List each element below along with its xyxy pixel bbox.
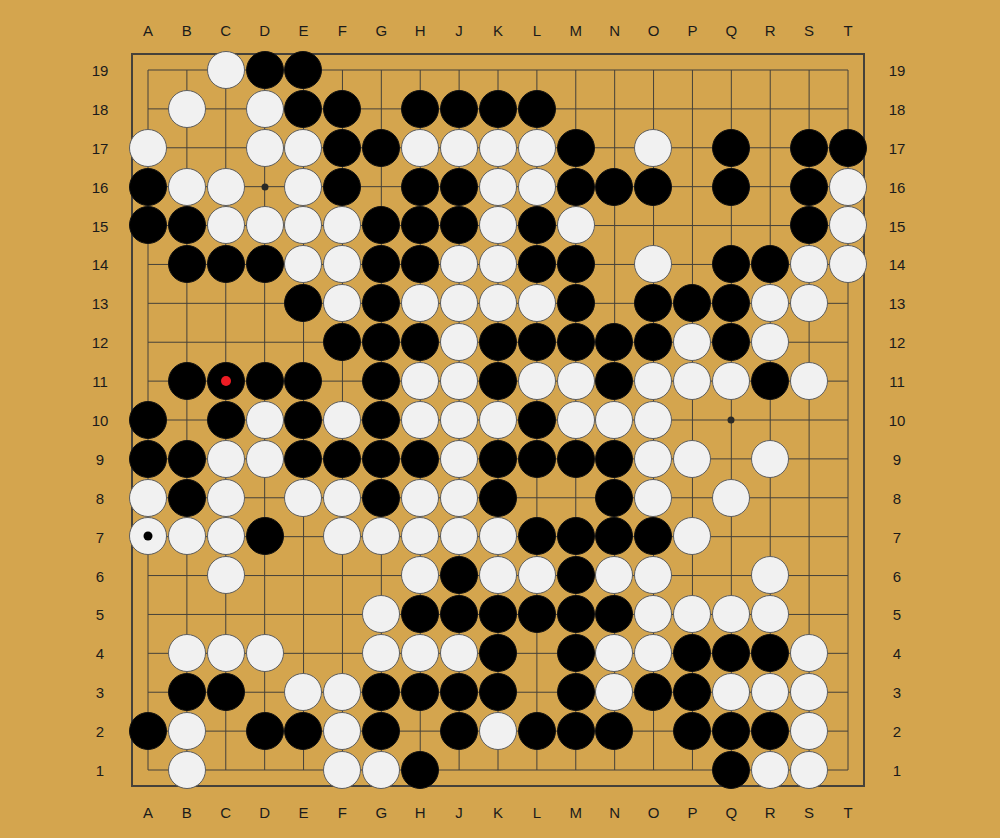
intersection-T18[interactable] [828, 89, 867, 128]
intersection-N6[interactable] [595, 556, 634, 595]
intersection-K7[interactable] [478, 517, 517, 556]
intersection-A13[interactable] [129, 284, 168, 323]
intersection-D1[interactable] [245, 750, 284, 789]
intersection-S2[interactable] [789, 711, 828, 750]
intersection-S8[interactable] [789, 478, 828, 517]
intersection-J3[interactable] [440, 673, 479, 712]
intersection-F11[interactable] [323, 362, 362, 401]
intersection-T12[interactable] [828, 323, 867, 362]
intersection-L18[interactable] [517, 89, 556, 128]
intersection-F8[interactable] [323, 478, 362, 517]
intersection-H19[interactable] [401, 51, 440, 90]
intersection-N8[interactable] [595, 478, 634, 517]
intersection-M13[interactable] [556, 284, 595, 323]
intersection-D18[interactable] [245, 89, 284, 128]
intersection-K13[interactable] [478, 284, 517, 323]
intersection-H5[interactable] [401, 595, 440, 634]
intersection-G15[interactable] [362, 206, 401, 245]
intersection-N11[interactable] [595, 362, 634, 401]
intersection-H13[interactable] [401, 284, 440, 323]
intersection-F7[interactable] [323, 517, 362, 556]
intersection-F4[interactable] [323, 634, 362, 673]
intersection-A8[interactable] [129, 478, 168, 517]
intersection-N3[interactable] [595, 673, 634, 712]
intersection-E16[interactable] [284, 167, 323, 206]
intersection-F10[interactable] [323, 400, 362, 439]
intersection-D5[interactable] [245, 595, 284, 634]
intersection-P10[interactable] [673, 400, 712, 439]
intersection-J18[interactable] [440, 89, 479, 128]
intersection-G17[interactable] [362, 128, 401, 167]
intersection-T10[interactable] [828, 400, 867, 439]
intersection-T16[interactable] [828, 167, 867, 206]
intersection-L11[interactable] [517, 362, 556, 401]
intersection-M5[interactable] [556, 595, 595, 634]
intersection-B9[interactable] [167, 439, 206, 478]
intersection-P4[interactable] [673, 634, 712, 673]
intersection-C12[interactable] [206, 323, 245, 362]
intersection-E3[interactable] [284, 673, 323, 712]
intersection-R6[interactable] [751, 556, 790, 595]
intersection-C7[interactable] [206, 517, 245, 556]
intersection-L7[interactable] [517, 517, 556, 556]
intersection-K9[interactable] [478, 439, 517, 478]
intersection-H12[interactable] [401, 323, 440, 362]
intersection-C11[interactable] [206, 362, 245, 401]
intersection-A14[interactable] [129, 245, 168, 284]
intersection-M7[interactable] [556, 517, 595, 556]
intersection-G6[interactable] [362, 556, 401, 595]
intersection-M15[interactable] [556, 206, 595, 245]
intersection-O7[interactable] [634, 517, 673, 556]
intersection-G9[interactable] [362, 439, 401, 478]
intersection-A1[interactable] [129, 750, 168, 789]
intersection-G19[interactable] [362, 51, 401, 90]
intersection-T15[interactable] [828, 206, 867, 245]
intersection-D14[interactable] [245, 245, 284, 284]
intersection-M17[interactable] [556, 128, 595, 167]
intersection-S6[interactable] [789, 556, 828, 595]
intersection-D19[interactable] [245, 51, 284, 90]
intersection-Q17[interactable] [712, 128, 751, 167]
intersection-D6[interactable] [245, 556, 284, 595]
intersection-Q6[interactable] [712, 556, 751, 595]
intersection-G8[interactable] [362, 478, 401, 517]
intersection-K1[interactable] [478, 750, 517, 789]
intersection-P19[interactable] [673, 51, 712, 90]
intersection-P12[interactable] [673, 323, 712, 362]
intersection-R1[interactable] [751, 750, 790, 789]
intersection-D2[interactable] [245, 711, 284, 750]
intersection-M11[interactable] [556, 362, 595, 401]
intersection-M8[interactable] [556, 478, 595, 517]
intersection-R9[interactable] [751, 439, 790, 478]
intersection-J2[interactable] [440, 711, 479, 750]
intersection-M10[interactable] [556, 400, 595, 439]
intersection-S7[interactable] [789, 517, 828, 556]
intersection-K16[interactable] [478, 167, 517, 206]
intersection-S11[interactable] [789, 362, 828, 401]
intersection-M6[interactable] [556, 556, 595, 595]
intersection-F1[interactable] [323, 750, 362, 789]
intersection-O3[interactable] [634, 673, 673, 712]
intersection-Q11[interactable] [712, 362, 751, 401]
intersection-J8[interactable] [440, 478, 479, 517]
intersection-N4[interactable] [595, 634, 634, 673]
intersection-G12[interactable] [362, 323, 401, 362]
intersection-S14[interactable] [789, 245, 828, 284]
intersection-R3[interactable] [751, 673, 790, 712]
intersection-Q10[interactable] [712, 400, 751, 439]
intersection-H7[interactable] [401, 517, 440, 556]
intersection-C9[interactable] [206, 439, 245, 478]
intersection-G14[interactable] [362, 245, 401, 284]
intersection-R16[interactable] [751, 167, 790, 206]
intersection-C17[interactable] [206, 128, 245, 167]
intersection-H2[interactable] [401, 711, 440, 750]
intersection-K6[interactable] [478, 556, 517, 595]
intersection-G1[interactable] [362, 750, 401, 789]
intersection-H4[interactable] [401, 634, 440, 673]
intersection-H8[interactable] [401, 478, 440, 517]
intersection-O18[interactable] [634, 89, 673, 128]
intersection-R7[interactable] [751, 517, 790, 556]
intersection-P11[interactable] [673, 362, 712, 401]
intersection-F18[interactable] [323, 89, 362, 128]
intersection-O6[interactable] [634, 556, 673, 595]
intersection-Q4[interactable] [712, 634, 751, 673]
intersection-S18[interactable] [789, 89, 828, 128]
intersection-A15[interactable] [129, 206, 168, 245]
intersection-P17[interactable] [673, 128, 712, 167]
intersection-K10[interactable] [478, 400, 517, 439]
intersection-M3[interactable] [556, 673, 595, 712]
intersection-N19[interactable] [595, 51, 634, 90]
intersection-F14[interactable] [323, 245, 362, 284]
intersection-N17[interactable] [595, 128, 634, 167]
go-board[interactable] [129, 51, 868, 790]
intersection-E8[interactable] [284, 478, 323, 517]
intersection-Q19[interactable] [712, 51, 751, 90]
intersection-J19[interactable] [440, 51, 479, 90]
intersection-G3[interactable] [362, 673, 401, 712]
intersection-E19[interactable] [284, 51, 323, 90]
intersection-K19[interactable] [478, 51, 517, 90]
intersection-L15[interactable] [517, 206, 556, 245]
intersection-E5[interactable] [284, 595, 323, 634]
intersection-A18[interactable] [129, 89, 168, 128]
intersection-M4[interactable] [556, 634, 595, 673]
intersection-R10[interactable] [751, 400, 790, 439]
intersection-P7[interactable] [673, 517, 712, 556]
intersection-S10[interactable] [789, 400, 828, 439]
intersection-P2[interactable] [673, 711, 712, 750]
intersection-T5[interactable] [828, 595, 867, 634]
intersection-B8[interactable] [167, 478, 206, 517]
intersection-N18[interactable] [595, 89, 634, 128]
intersection-E17[interactable] [284, 128, 323, 167]
intersection-A9[interactable] [129, 439, 168, 478]
intersection-B15[interactable] [167, 206, 206, 245]
intersection-Q8[interactable] [712, 478, 751, 517]
intersection-K5[interactable] [478, 595, 517, 634]
intersection-S15[interactable] [789, 206, 828, 245]
intersection-D13[interactable] [245, 284, 284, 323]
intersection-K3[interactable] [478, 673, 517, 712]
intersection-N9[interactable] [595, 439, 634, 478]
intersection-D3[interactable] [245, 673, 284, 712]
intersection-H16[interactable] [401, 167, 440, 206]
intersection-L14[interactable] [517, 245, 556, 284]
intersection-D17[interactable] [245, 128, 284, 167]
intersection-C16[interactable] [206, 167, 245, 206]
intersection-O8[interactable] [634, 478, 673, 517]
intersection-G18[interactable] [362, 89, 401, 128]
intersection-C15[interactable] [206, 206, 245, 245]
intersection-A7[interactable] [129, 517, 168, 556]
intersection-F3[interactable] [323, 673, 362, 712]
intersection-H6[interactable] [401, 556, 440, 595]
intersection-G7[interactable] [362, 517, 401, 556]
intersection-T19[interactable] [828, 51, 867, 90]
intersection-L10[interactable] [517, 400, 556, 439]
intersection-A17[interactable] [129, 128, 168, 167]
intersection-R19[interactable] [751, 51, 790, 90]
intersection-J17[interactable] [440, 128, 479, 167]
intersection-J9[interactable] [440, 439, 479, 478]
intersection-S5[interactable] [789, 595, 828, 634]
intersection-R8[interactable] [751, 478, 790, 517]
intersection-F16[interactable] [323, 167, 362, 206]
intersection-F6[interactable] [323, 556, 362, 595]
intersection-P16[interactable] [673, 167, 712, 206]
intersection-O12[interactable] [634, 323, 673, 362]
intersection-L17[interactable] [517, 128, 556, 167]
intersection-B14[interactable] [167, 245, 206, 284]
intersection-P3[interactable] [673, 673, 712, 712]
intersection-Q2[interactable] [712, 711, 751, 750]
intersection-C8[interactable] [206, 478, 245, 517]
intersection-E11[interactable] [284, 362, 323, 401]
intersection-J16[interactable] [440, 167, 479, 206]
intersection-G4[interactable] [362, 634, 401, 673]
intersection-E4[interactable] [284, 634, 323, 673]
intersection-J5[interactable] [440, 595, 479, 634]
intersection-E18[interactable] [284, 89, 323, 128]
intersection-S13[interactable] [789, 284, 828, 323]
intersection-G2[interactable] [362, 711, 401, 750]
intersection-T1[interactable] [828, 750, 867, 789]
intersection-C6[interactable] [206, 556, 245, 595]
intersection-T8[interactable] [828, 478, 867, 517]
intersection-J15[interactable] [440, 206, 479, 245]
intersection-T7[interactable] [828, 517, 867, 556]
intersection-J11[interactable] [440, 362, 479, 401]
intersection-H15[interactable] [401, 206, 440, 245]
intersection-B4[interactable] [167, 634, 206, 673]
intersection-D8[interactable] [245, 478, 284, 517]
intersection-A5[interactable] [129, 595, 168, 634]
intersection-N5[interactable] [595, 595, 634, 634]
intersection-J7[interactable] [440, 517, 479, 556]
intersection-L9[interactable] [517, 439, 556, 478]
intersection-J6[interactable] [440, 556, 479, 595]
intersection-C13[interactable] [206, 284, 245, 323]
intersection-R2[interactable] [751, 711, 790, 750]
intersection-C14[interactable] [206, 245, 245, 284]
intersection-P9[interactable] [673, 439, 712, 478]
intersection-H11[interactable] [401, 362, 440, 401]
intersection-F17[interactable] [323, 128, 362, 167]
intersection-B11[interactable] [167, 362, 206, 401]
intersection-N13[interactable] [595, 284, 634, 323]
intersection-P8[interactable] [673, 478, 712, 517]
intersection-E6[interactable] [284, 556, 323, 595]
intersection-F19[interactable] [323, 51, 362, 90]
intersection-O4[interactable] [634, 634, 673, 673]
intersection-L5[interactable] [517, 595, 556, 634]
intersection-T4[interactable] [828, 634, 867, 673]
intersection-O1[interactable] [634, 750, 673, 789]
intersection-H1[interactable] [401, 750, 440, 789]
intersection-B19[interactable] [167, 51, 206, 90]
intersection-A2[interactable] [129, 711, 168, 750]
intersection-C1[interactable] [206, 750, 245, 789]
intersection-P18[interactable] [673, 89, 712, 128]
intersection-F9[interactable] [323, 439, 362, 478]
intersection-A6[interactable] [129, 556, 168, 595]
intersection-D7[interactable] [245, 517, 284, 556]
intersection-K2[interactable] [478, 711, 517, 750]
intersection-A4[interactable] [129, 634, 168, 673]
intersection-L16[interactable] [517, 167, 556, 206]
intersection-B1[interactable] [167, 750, 206, 789]
intersection-F15[interactable] [323, 206, 362, 245]
intersection-E15[interactable] [284, 206, 323, 245]
intersection-M9[interactable] [556, 439, 595, 478]
intersection-O10[interactable] [634, 400, 673, 439]
intersection-S1[interactable] [789, 750, 828, 789]
intersection-P13[interactable] [673, 284, 712, 323]
intersection-P15[interactable] [673, 206, 712, 245]
intersection-B5[interactable] [167, 595, 206, 634]
intersection-F5[interactable] [323, 595, 362, 634]
intersection-B7[interactable] [167, 517, 206, 556]
intersection-D15[interactable] [245, 206, 284, 245]
intersection-A11[interactable] [129, 362, 168, 401]
intersection-H18[interactable] [401, 89, 440, 128]
intersection-C5[interactable] [206, 595, 245, 634]
intersection-M12[interactable] [556, 323, 595, 362]
intersection-E13[interactable] [284, 284, 323, 323]
intersection-K15[interactable] [478, 206, 517, 245]
intersection-K8[interactable] [478, 478, 517, 517]
intersection-R14[interactable] [751, 245, 790, 284]
intersection-B16[interactable] [167, 167, 206, 206]
intersection-S12[interactable] [789, 323, 828, 362]
intersection-C4[interactable] [206, 634, 245, 673]
intersection-J1[interactable] [440, 750, 479, 789]
intersection-L19[interactable] [517, 51, 556, 90]
intersection-N7[interactable] [595, 517, 634, 556]
intersection-Q16[interactable] [712, 167, 751, 206]
intersection-E14[interactable] [284, 245, 323, 284]
intersection-P14[interactable] [673, 245, 712, 284]
intersection-P6[interactable] [673, 556, 712, 595]
intersection-Q5[interactable] [712, 595, 751, 634]
intersection-Q9[interactable] [712, 439, 751, 478]
intersection-M18[interactable] [556, 89, 595, 128]
intersection-H3[interactable] [401, 673, 440, 712]
intersection-F12[interactable] [323, 323, 362, 362]
intersection-Q12[interactable] [712, 323, 751, 362]
intersection-D10[interactable] [245, 400, 284, 439]
intersection-B18[interactable] [167, 89, 206, 128]
intersection-J12[interactable] [440, 323, 479, 362]
intersection-H17[interactable] [401, 128, 440, 167]
intersection-M1[interactable] [556, 750, 595, 789]
intersection-T11[interactable] [828, 362, 867, 401]
intersection-C18[interactable] [206, 89, 245, 128]
intersection-A10[interactable] [129, 400, 168, 439]
intersection-R13[interactable] [751, 284, 790, 323]
intersection-Q3[interactable] [712, 673, 751, 712]
intersection-O11[interactable] [634, 362, 673, 401]
intersection-Q14[interactable] [712, 245, 751, 284]
intersection-C19[interactable] [206, 51, 245, 90]
intersection-M2[interactable] [556, 711, 595, 750]
intersection-H9[interactable] [401, 439, 440, 478]
intersection-B13[interactable] [167, 284, 206, 323]
intersection-S17[interactable] [789, 128, 828, 167]
intersection-B3[interactable] [167, 673, 206, 712]
intersection-E2[interactable] [284, 711, 323, 750]
intersection-O13[interactable] [634, 284, 673, 323]
intersection-S16[interactable] [789, 167, 828, 206]
intersection-L3[interactable] [517, 673, 556, 712]
intersection-P1[interactable] [673, 750, 712, 789]
intersection-R15[interactable] [751, 206, 790, 245]
intersection-M16[interactable] [556, 167, 595, 206]
intersection-R18[interactable] [751, 89, 790, 128]
intersection-R5[interactable] [751, 595, 790, 634]
intersection-J10[interactable] [440, 400, 479, 439]
intersection-L2[interactable] [517, 711, 556, 750]
intersection-D4[interactable] [245, 634, 284, 673]
intersection-R17[interactable] [751, 128, 790, 167]
intersection-S4[interactable] [789, 634, 828, 673]
intersection-J14[interactable] [440, 245, 479, 284]
intersection-T9[interactable] [828, 439, 867, 478]
intersection-O15[interactable] [634, 206, 673, 245]
intersection-T2[interactable] [828, 711, 867, 750]
intersection-L8[interactable] [517, 478, 556, 517]
intersection-L1[interactable] [517, 750, 556, 789]
intersection-A19[interactable] [129, 51, 168, 90]
intersection-K14[interactable] [478, 245, 517, 284]
intersection-N1[interactable] [595, 750, 634, 789]
intersection-S9[interactable] [789, 439, 828, 478]
intersection-G5[interactable] [362, 595, 401, 634]
intersection-E1[interactable] [284, 750, 323, 789]
intersection-S3[interactable] [789, 673, 828, 712]
intersection-N16[interactable] [595, 167, 634, 206]
intersection-B10[interactable] [167, 400, 206, 439]
intersection-R11[interactable] [751, 362, 790, 401]
intersection-L6[interactable] [517, 556, 556, 595]
intersection-L4[interactable] [517, 634, 556, 673]
intersection-C10[interactable] [206, 400, 245, 439]
